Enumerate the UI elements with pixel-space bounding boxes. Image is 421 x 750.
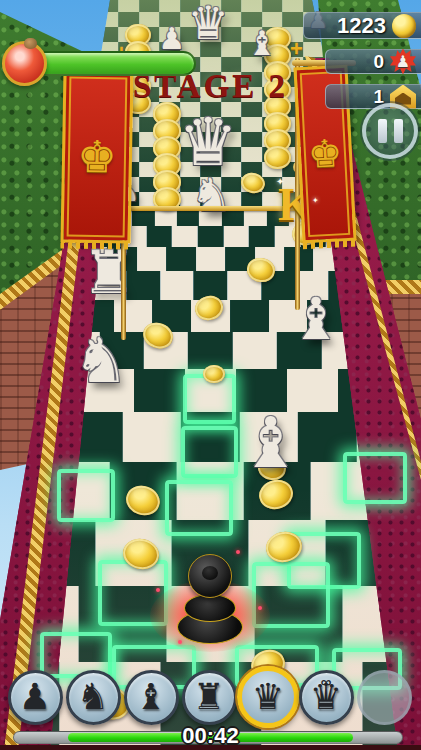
infinity-badge: ∞ [321,674,332,689]
board-square [230,300,269,332]
pause-icon [378,119,387,143]
white-bishop: ♝ [240,408,303,478]
knight-icon: ♞ [77,679,109,715]
board-square [160,271,194,299]
pawn-knob [202,566,218,580]
king-emblem-icon: ♚ [307,134,343,174]
banner-fringe [60,240,130,249]
board-square [118,0,139,12]
potion-icon [2,41,47,86]
potion-cork [24,38,37,49]
board-square [0,412,6,462]
board-square [188,332,232,369]
board-square [389,369,421,412]
board-square [282,0,303,12]
tray-button-rook[interactable]: ♜ [182,670,237,725]
board-square [343,247,372,271]
tray-button-bishop[interactable]: ♝ [124,670,179,725]
board-square [198,226,224,247]
white-knight: ♞ [190,172,231,218]
queen-icon: ♛ [252,679,284,715]
red-sparkle [236,550,240,554]
coin-count: 1223 [337,13,386,39]
glow-square[interactable] [57,469,115,522]
board-square [159,0,180,12]
board-square [282,12,303,27]
board-square [25,271,59,299]
board-square [166,247,195,271]
board-square [241,117,262,132]
board-square [123,412,181,462]
game-screen: ♛♟♝♟♛♞♟♟♜♞♝♝ K ✦ ✦ + + ♚ ♚ STAGE 2 1223 … [0,0,421,750]
board-square [98,0,119,12]
board-square [223,226,249,247]
health-bar-fill [24,51,196,76]
board-square [0,300,36,332]
glow-square[interactable] [181,426,238,478]
pawn-burst-icon: ♟ [390,49,416,75]
right-pole-cross-icon: + [290,38,303,60]
health-bar [0,40,200,88]
red-sparkle [156,588,160,592]
board-square [303,42,324,57]
glow-square[interactable] [165,480,233,536]
tray-button-infinity-queen[interactable]: ♛∞ [299,670,354,725]
white-queen: ♛ [178,110,237,176]
timer-text: 00:42 [0,723,421,749]
tray-button-empty-slot [357,670,412,725]
red-sparkle [178,640,182,644]
white-knight: ♞ [73,330,129,392]
board-square [402,520,421,586]
board-square [11,332,55,369]
red-sparkle [258,606,262,610]
board-square [0,369,32,412]
coin-icon [392,14,416,38]
board-square [241,132,262,147]
glow-square[interactable] [343,452,407,504]
bishop-icon: ♝ [135,679,167,715]
board-square [19,520,96,586]
pawn-icon: ♟ [19,679,51,715]
capture-count: 0 [373,51,384,73]
sparkle-icon: ✦ [276,176,284,187]
board-square [262,0,283,12]
board-square [385,300,421,332]
capture-counter: 0 ♟ [325,49,421,74]
pawn-mid [184,594,236,622]
board-square [0,462,43,519]
rook-icon: ♜ [193,679,225,715]
pause-button[interactable] [362,103,418,159]
board-square [36,300,75,332]
board-square [49,247,78,271]
board-square [338,369,389,412]
board-square [241,0,262,12]
board-square [65,412,123,462]
board-square [233,332,277,369]
gold-coin [264,146,291,169]
board-square [196,247,225,271]
board-square [6,412,64,462]
board-square [346,300,385,332]
player-black-pawn[interactable] [150,548,270,648]
board-square [172,226,198,247]
tray-button-knight[interactable]: ♞ [66,670,121,725]
white-bishop: ♝ [247,26,277,60]
board-square [0,332,11,369]
tray-button-pawn[interactable]: ♟ [8,670,63,725]
board-square [98,12,119,27]
board-square [415,412,421,462]
white-rook: ♜ [82,242,136,302]
board-square [249,226,275,247]
board-square [139,0,160,12]
board-square [0,520,19,586]
board-square [134,369,185,412]
board-square [241,147,262,162]
tray-button-queen[interactable]: ♛ [237,666,299,728]
board-row [0,332,421,369]
pause-icon [394,119,403,143]
coin-counter: 1223 [303,12,421,39]
board-square [314,247,343,271]
castle-counter: 1 [325,84,421,109]
sparkle-icon: ✦ [312,196,319,205]
board-square [146,226,172,247]
board-square [362,271,396,299]
board-square [137,247,166,271]
board-square [366,332,410,369]
board-square [410,332,421,369]
king-emblem-icon: ♚ [77,135,117,180]
